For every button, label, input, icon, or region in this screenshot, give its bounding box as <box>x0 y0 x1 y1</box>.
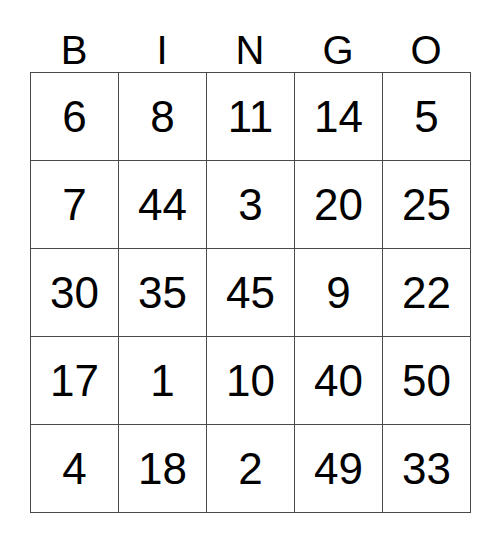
bingo-board: 6 8 11 14 5 7 44 3 20 25 30 35 45 9 22 1… <box>30 72 471 513</box>
bingo-cell-r0c3[interactable]: 14 <box>295 73 383 161</box>
bingo-cell-r2c4[interactable]: 22 <box>383 249 471 337</box>
header-letter-g: G <box>294 30 382 72</box>
bingo-cell-r2c2[interactable]: 45 <box>207 249 295 337</box>
bingo-cell-r3c2[interactable]: 10 <box>207 337 295 425</box>
bingo-cell-r1c2[interactable]: 3 <box>207 161 295 249</box>
bingo-cell-r3c1[interactable]: 1 <box>119 337 207 425</box>
header-letter-i: I <box>118 30 206 72</box>
bingo-cell-r0c0[interactable]: 6 <box>31 73 119 161</box>
bingo-cell-r4c2[interactable]: 2 <box>207 425 295 513</box>
bingo-cell-r4c1[interactable]: 18 <box>119 425 207 513</box>
bingo-cell-r0c1[interactable]: 8 <box>119 73 207 161</box>
bingo-cell-r0c2[interactable]: 11 <box>207 73 295 161</box>
header-letter-o: O <box>382 30 470 72</box>
bingo-cell-r3c3[interactable]: 40 <box>295 337 383 425</box>
bingo-cell-r3c4[interactable]: 50 <box>383 337 471 425</box>
bingo-cell-r4c4[interactable]: 33 <box>383 425 471 513</box>
bingo-card: B I N G O 6 8 11 14 5 7 44 3 20 25 30 35… <box>30 0 471 513</box>
bingo-cell-r4c0[interactable]: 4 <box>31 425 119 513</box>
bingo-cell-r3c0[interactable]: 17 <box>31 337 119 425</box>
bingo-cell-r1c1[interactable]: 44 <box>119 161 207 249</box>
bingo-cell-r4c3[interactable]: 49 <box>295 425 383 513</box>
bingo-cell-r2c1[interactable]: 35 <box>119 249 207 337</box>
bingo-cell-r1c3[interactable]: 20 <box>295 161 383 249</box>
header-letter-b: B <box>30 30 118 72</box>
header-letter-n: N <box>206 30 294 72</box>
bingo-header-row: B I N G O <box>30 0 471 72</box>
bingo-cell-r1c0[interactable]: 7 <box>31 161 119 249</box>
bingo-cell-r2c3[interactable]: 9 <box>295 249 383 337</box>
bingo-cell-r1c4[interactable]: 25 <box>383 161 471 249</box>
bingo-cell-r2c0[interactable]: 30 <box>31 249 119 337</box>
bingo-cell-r0c4[interactable]: 5 <box>383 73 471 161</box>
